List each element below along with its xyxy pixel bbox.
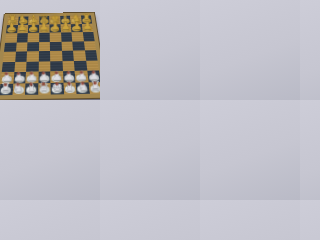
square-a5[interactable] [4, 42, 16, 52]
piece-gold-pawn[interactable]: ♟ [18, 22, 28, 33]
square-c4[interactable] [27, 51, 39, 61]
square-g6[interactable] [71, 32, 83, 41]
piece-silver-rook[interactable]: ♜ [90, 80, 100, 93]
square-g1[interactable]: ♞ [76, 82, 90, 94]
square-a7[interactable]: ♟ [6, 25, 18, 34]
piece-silver-rook[interactable]: ♜ [0, 82, 11, 95]
square-c6[interactable] [27, 33, 38, 42]
square-h4[interactable] [84, 50, 97, 60]
square-h7[interactable]: ♟ [81, 23, 93, 32]
square-f6[interactable] [61, 32, 73, 41]
square-d6[interactable] [39, 33, 50, 42]
piece-silver-knight[interactable]: ♞ [13, 82, 24, 95]
square-h1[interactable]: ♜ [88, 82, 100, 94]
square-b1[interactable]: ♞ [12, 83, 25, 95]
piece-silver-king[interactable]: ♚ [51, 81, 62, 94]
piece-gold-pawn[interactable]: ♟ [61, 21, 71, 32]
square-a4[interactable] [3, 52, 16, 62]
piece-gold-pawn[interactable]: ♟ [83, 21, 93, 32]
piece-gold-pawn[interactable]: ♟ [72, 21, 82, 32]
square-d4[interactable] [38, 51, 50, 61]
square-c5[interactable] [27, 42, 39, 52]
piece-silver-queen[interactable]: ♛ [39, 81, 50, 94]
piece-gold-pawn[interactable]: ♟ [50, 21, 60, 32]
square-f4[interactable] [61, 51, 73, 61]
square-e5[interactable] [50, 41, 62, 51]
square-b7[interactable]: ♟ [17, 25, 28, 34]
chessboard: ♜♞♝♛♚♝♞♜♟♟♟♟♟♟♟♟♟♟♟♟♟♟♟♟♜♞♝♛♚♝♞♜ [0, 15, 100, 95]
square-f5[interactable] [61, 41, 73, 51]
square-e4[interactable] [50, 51, 62, 61]
chessboard-frame: ♜♞♝♛♚♝♞♜♟♟♟♟♟♟♟♟♟♟♟♟♟♟♟♟♜♞♝♛♚♝♞♜ [0, 13, 100, 100]
square-g7[interactable]: ♟ [71, 24, 83, 33]
square-a1[interactable]: ♜ [0, 83, 13, 95]
square-f1[interactable]: ♝ [63, 82, 76, 94]
square-g5[interactable] [72, 41, 84, 51]
piece-gold-pawn[interactable]: ♟ [7, 22, 17, 33]
square-g4[interactable] [73, 50, 86, 60]
piece-gold-pawn[interactable]: ♟ [28, 22, 38, 33]
square-b6[interactable] [16, 33, 28, 42]
square-e1[interactable]: ♚ [51, 82, 64, 94]
square-d7[interactable]: ♟ [39, 24, 50, 33]
square-b4[interactable] [15, 51, 27, 61]
square-e6[interactable] [50, 32, 61, 41]
square-f7[interactable]: ♟ [60, 24, 71, 33]
photo-scene: ♜♞♝♛♚♝♞♜♟♟♟♟♟♟♟♟♟♟♟♟♟♟♟♟♜♞♝♛♚♝♞♜ [0, 0, 100, 100]
square-c1[interactable]: ♝ [25, 83, 38, 95]
piece-silver-knight[interactable]: ♞ [77, 80, 88, 93]
square-d5[interactable] [39, 42, 50, 52]
square-b5[interactable] [16, 42, 28, 52]
square-h6[interactable] [82, 32, 94, 41]
piece-silver-bishop[interactable]: ♝ [26, 81, 37, 94]
square-h5[interactable] [83, 41, 96, 51]
piece-silver-bishop[interactable]: ♝ [64, 81, 75, 94]
square-d1[interactable]: ♛ [38, 83, 51, 95]
square-a6[interactable] [5, 33, 17, 42]
square-c7[interactable]: ♟ [28, 24, 39, 33]
piece-gold-pawn[interactable]: ♟ [39, 22, 49, 33]
square-e7[interactable]: ♟ [50, 24, 61, 33]
